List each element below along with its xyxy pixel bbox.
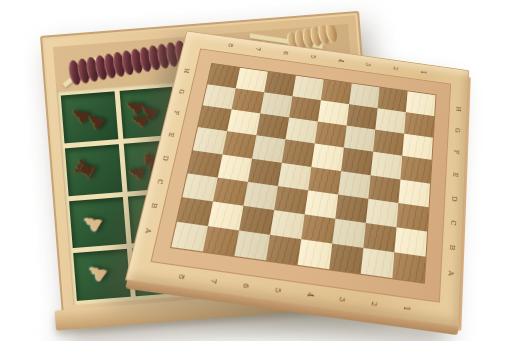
coord-bottom-6: 6 — [241, 283, 250, 289]
coord-right-G: G — [454, 128, 461, 134]
board-margin — [150, 48, 451, 302]
coord-right-H: H — [455, 106, 462, 112]
tray-cell-r3c1: ♟ — [69, 197, 126, 249]
square-a6 — [234, 230, 270, 260]
square-a2 — [361, 248, 395, 278]
coord-left-C: C — [156, 178, 164, 184]
coord-right-E: E — [452, 172, 459, 178]
dark-checkers-stack — [69, 40, 189, 86]
coord-top-7: 7 — [254, 47, 261, 51]
coord-top-6: 6 — [282, 51, 289, 55]
square-a7 — [203, 226, 239, 256]
square-a4 — [298, 239, 333, 269]
coord-right-A: A — [447, 270, 455, 276]
square-a3 — [329, 243, 363, 273]
dark-pawn-piece: ♟ — [82, 108, 109, 134]
tray-cell-r1c1: ♟♟ — [61, 91, 118, 143]
square-a1 — [392, 252, 425, 282]
tray-cell-r4c1: ♟ — [73, 249, 130, 301]
coord-left-A: A — [144, 228, 153, 234]
square-a5 — [266, 235, 301, 265]
coord-right-B: B — [448, 244, 456, 250]
square-a8 — [171, 222, 208, 252]
coord-left-G: G — [177, 89, 185, 95]
light-pawn-piece: ♟ — [79, 209, 107, 236]
coord-left-F: F — [172, 110, 180, 115]
coord-bottom-1: 1 — [402, 305, 410, 311]
coord-right-D: D — [451, 195, 458, 201]
coord-bottom-3: 3 — [338, 296, 346, 302]
coord-left-D: D — [161, 155, 169, 161]
tray-cell-r2c1: ♜ — [65, 144, 122, 196]
coord-top-1: 1 — [420, 70, 427, 74]
coord-bottom-8: 8 — [177, 274, 186, 280]
coord-top-8: 8 — [227, 43, 234, 47]
chess-board: 88HH77GG66FF55EE44DD33CC22BB11AA — [123, 31, 471, 336]
light-pawn-piece: ♟ — [84, 259, 112, 287]
coord-right-C: C — [449, 220, 457, 226]
coord-bottom-4: 4 — [306, 292, 314, 298]
coord-left-B: B — [150, 203, 159, 209]
coord-left-E: E — [167, 132, 175, 137]
coord-top-5: 5 — [309, 55, 316, 59]
coord-bottom-7: 7 — [209, 278, 218, 284]
chess-set-product-photo: ♟♟♟♟♟♟♟♜♞♟♝♟♟♟♟ 88HH77GG66FF55EE44DD33CC… — [0, 0, 512, 341]
coord-top-3: 3 — [364, 62, 371, 66]
coord-top-4: 4 — [337, 58, 344, 62]
dark-rook-piece: ♜ — [71, 155, 102, 185]
coord-bottom-2: 2 — [370, 301, 378, 307]
coord-top-2: 2 — [392, 66, 399, 70]
coord-bottom-5: 5 — [273, 287, 281, 293]
coord-left-H: H — [182, 68, 190, 74]
coord-right-F: F — [453, 150, 460, 155]
board-grid — [171, 64, 435, 283]
board-frame: 88HH77GG66FF55EE44DD33CC22BB11AA — [125, 31, 469, 328]
